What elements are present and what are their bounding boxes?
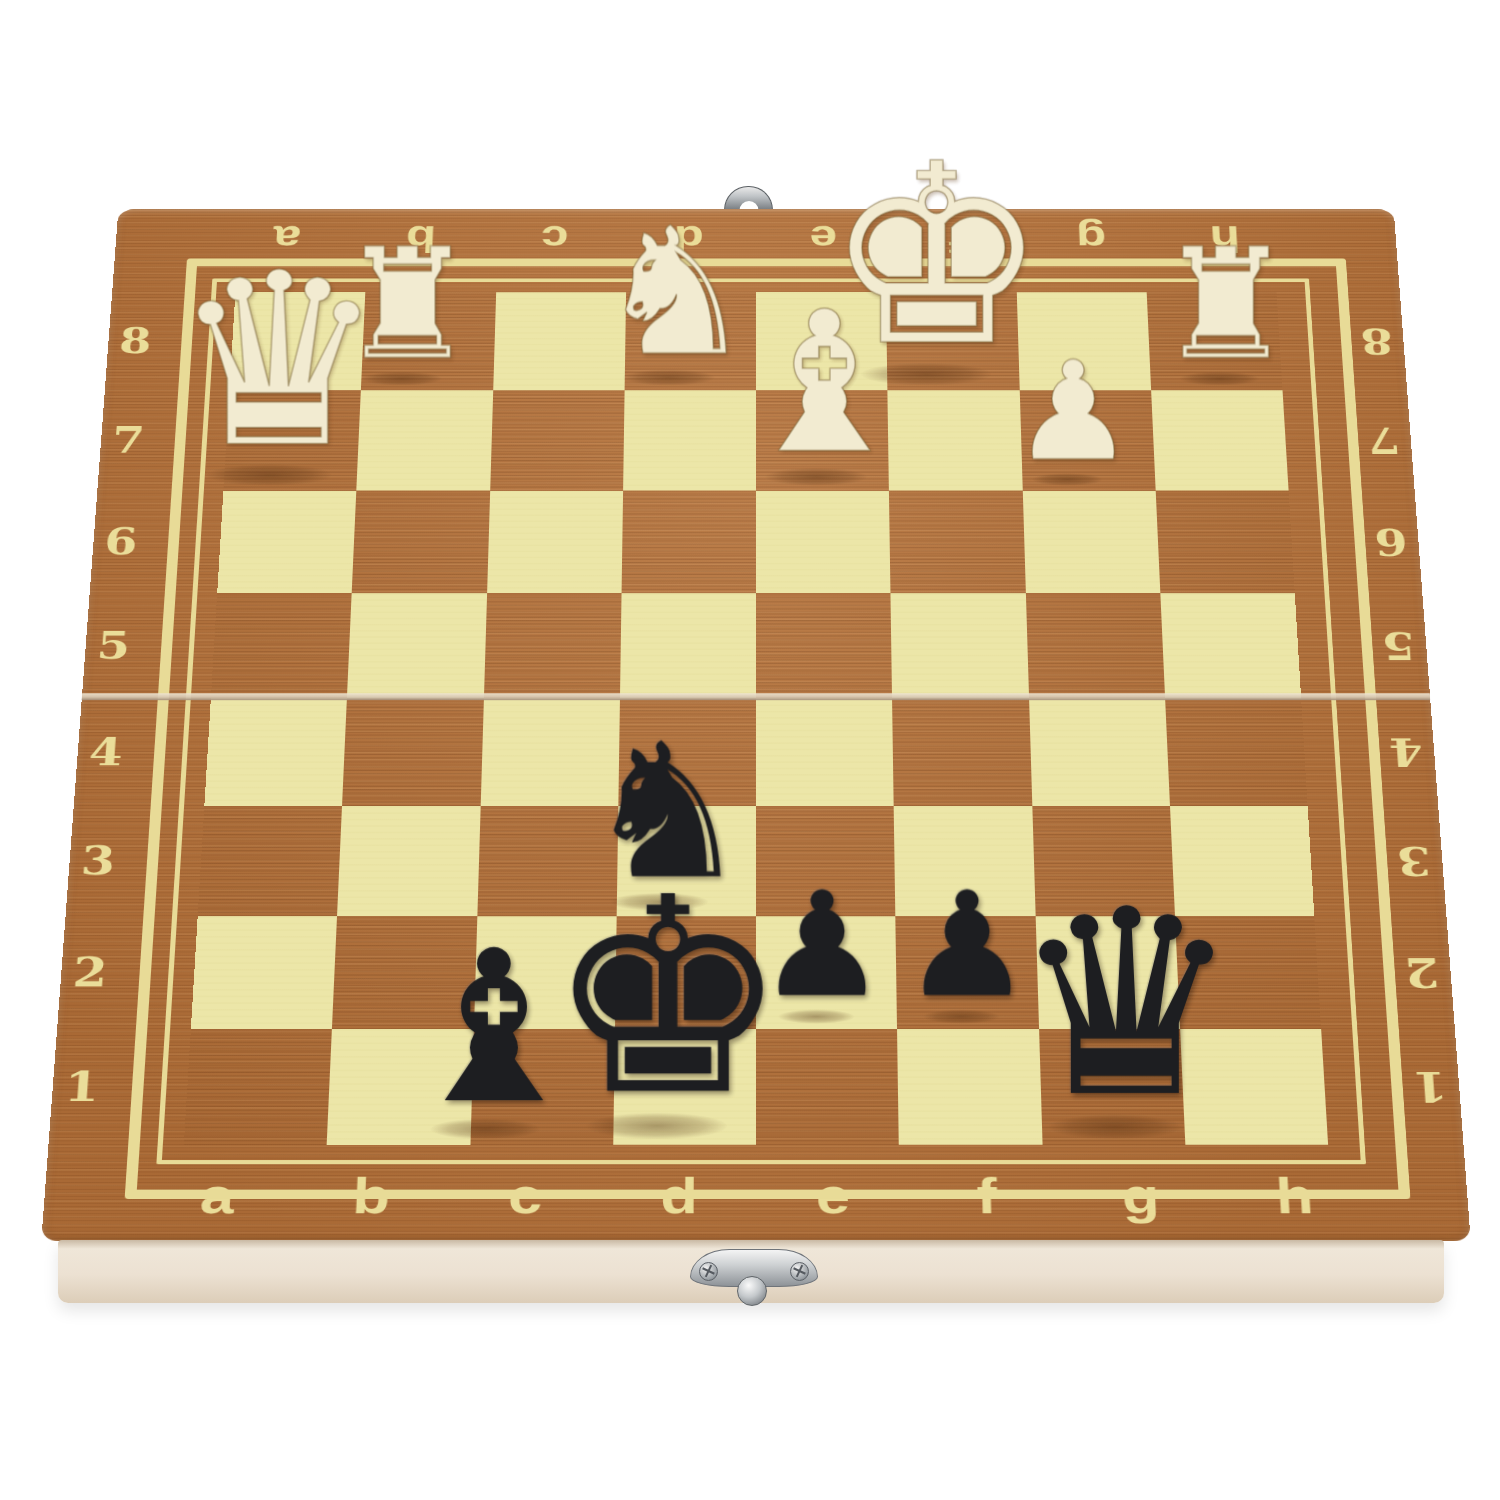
white-queen-a7[interactable]: ♛: [172, 241, 386, 480]
square-g1[interactable]: ♛: [1039, 1029, 1186, 1145]
fold-seam: [82, 693, 1431, 700]
rank-label-3-right: 3: [1384, 838, 1444, 883]
latch-knob: [737, 1276, 767, 1306]
rank-label-2-right: 2: [1391, 949, 1452, 995]
file-label-a-top: a: [222, 218, 353, 260]
rank-label-7-right: 7: [1355, 419, 1412, 460]
rank-label-6-left: 6: [92, 521, 150, 563]
rank-label-4-right: 4: [1376, 730, 1436, 774]
rank-label-5-left: 5: [84, 624, 143, 667]
file-label-c-top: c: [490, 218, 620, 260]
rank-label-3-left: 3: [68, 838, 128, 883]
rank-label-1-left: 1: [51, 1063, 113, 1111]
square-d1[interactable]: ♚: [613, 1029, 756, 1145]
rank-label-4-left: 4: [76, 730, 136, 774]
rank-label-5-right: 5: [1369, 624, 1428, 667]
chess-board: ♜♞♚♜♛♝♟♞♟♟♝♚♛ aabbccddeeffgghh8877665544…: [41, 209, 1471, 1241]
black-queen-g1[interactable]: ♛: [1011, 876, 1241, 1133]
product-photo-scene: ♜♞♚♜♛♝♟♞♟♟♝♚♛ aabbccddeeffgghh8877665544…: [0, 0, 1500, 1500]
file-label-g-top: g: [1025, 218, 1156, 260]
screw-icon: [790, 1262, 809, 1281]
white-pawn-g7[interactable]: ♟: [1012, 343, 1135, 480]
file-label-h-top: h: [1159, 218, 1290, 260]
black-king-d1[interactable]: ♚: [547, 862, 789, 1132]
file-label-e-top: e: [758, 218, 887, 260]
rank-label-6-right: 6: [1362, 521, 1420, 563]
rank-label-2-left: 2: [60, 949, 121, 995]
file-label-d-top: d: [624, 218, 753, 260]
rank-label-1-right: 1: [1399, 1063, 1461, 1111]
file-label-b-top: b: [356, 218, 487, 260]
square-a7[interactable]: ♛: [223, 390, 361, 490]
rank-label-7-left: 7: [100, 419, 157, 460]
screw-icon: [699, 1262, 718, 1281]
file-label-f-top: f: [892, 218, 1022, 260]
rank-label-8-left: 8: [107, 321, 164, 361]
square-h8[interactable]: ♜: [1146, 292, 1282, 390]
square-e7[interactable]: ♝: [756, 390, 889, 490]
rank-label-8-right: 8: [1348, 321, 1405, 361]
white-bishop-e7[interactable]: ♝: [737, 285, 912, 480]
